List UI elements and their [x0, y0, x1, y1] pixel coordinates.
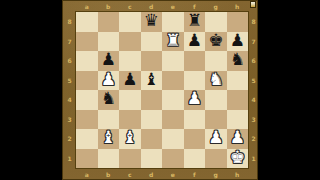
file-label-top-f: f: [184, 1, 206, 12]
square-f3[interactable]: [184, 110, 206, 130]
square-a4[interactable]: [76, 90, 98, 110]
square-f1[interactable]: [184, 149, 206, 169]
piece-white-pawn[interactable]: ♟: [187, 90, 202, 107]
square-f7[interactable]: ♟: [184, 32, 206, 52]
square-a6[interactable]: [76, 51, 98, 71]
piece-white-pawn[interactable]: ♟: [230, 129, 245, 146]
square-f2[interactable]: [184, 129, 206, 149]
rank-labels-left: 87654321: [63, 12, 76, 168]
file-label-top-h: h: [227, 1, 249, 12]
square-c2[interactable]: ♝: [119, 129, 141, 149]
square-b2[interactable]: ♝: [98, 129, 120, 149]
rank-label-left-3: 3: [63, 110, 76, 130]
file-label-top-d: d: [141, 1, 163, 12]
square-e5[interactable]: [162, 71, 184, 91]
square-g5[interactable]: ♞: [205, 71, 227, 91]
piece-black-bishop[interactable]: ♝: [144, 71, 159, 88]
square-c8[interactable]: [119, 12, 141, 32]
square-g8[interactable]: [205, 12, 227, 32]
file-label-bottom-c: c: [119, 168, 141, 180]
piece-white-rook[interactable]: ♜: [165, 32, 180, 49]
square-d7[interactable]: [141, 32, 163, 52]
rank-label-left-6: 6: [63, 51, 76, 71]
file-label-bottom-d: d: [141, 168, 163, 180]
piece-black-pawn[interactable]: ♟: [122, 71, 137, 88]
rank-label-left-7: 7: [63, 32, 76, 52]
file-label-bottom-h: h: [227, 168, 249, 180]
square-e6[interactable]: [162, 51, 184, 71]
square-g1[interactable]: [205, 149, 227, 169]
square-c3[interactable]: [119, 110, 141, 130]
corner-logo-icon: [250, 1, 256, 8]
square-b6[interactable]: ♟: [98, 51, 120, 71]
rank-label-right-2: 2: [248, 129, 259, 149]
square-d1[interactable]: [141, 149, 163, 169]
rank-label-right-1: 1: [248, 149, 259, 169]
file-label-top-b: b: [98, 1, 120, 12]
piece-black-pawn[interactable]: ♟: [230, 32, 245, 49]
square-b7[interactable]: [98, 32, 120, 52]
piece-white-bishop[interactable]: ♝: [122, 129, 137, 146]
square-h6[interactable]: ♞: [227, 51, 249, 71]
rank-label-right-5: 5: [248, 71, 259, 91]
square-b3[interactable]: [98, 110, 120, 130]
square-g7[interactable]: ♚: [205, 32, 227, 52]
square-a5[interactable]: [76, 71, 98, 91]
file-label-bottom-g: g: [205, 168, 227, 180]
rank-labels-right: 87654321: [248, 12, 259, 168]
board-squares[interactable]: ♛♜♜♟♚♟♟♞♟♟♝♞♞♟♝♝♟♟♚: [76, 12, 248, 168]
square-e3[interactable]: [162, 110, 184, 130]
square-h7[interactable]: ♟: [227, 32, 249, 52]
square-c7[interactable]: [119, 32, 141, 52]
square-f8[interactable]: ♜: [184, 12, 206, 32]
square-h5[interactable]: [227, 71, 249, 91]
square-d2[interactable]: [141, 129, 163, 149]
file-label-top-g: g: [205, 1, 227, 12]
square-d4[interactable]: [141, 90, 163, 110]
piece-black-king[interactable]: ♚: [208, 32, 223, 49]
square-b5[interactable]: ♟: [98, 71, 120, 91]
piece-white-king[interactable]: ♚: [230, 149, 245, 166]
rank-label-left-5: 5: [63, 71, 76, 91]
square-d5[interactable]: ♝: [141, 71, 163, 91]
piece-black-pawn[interactable]: ♟: [101, 51, 116, 68]
rank-label-left-2: 2: [63, 129, 76, 149]
square-a2[interactable]: [76, 129, 98, 149]
rank-label-left-4: 4: [63, 90, 76, 110]
piece-black-pawn[interactable]: ♟: [187, 32, 202, 49]
square-c6[interactable]: [119, 51, 141, 71]
piece-black-knight[interactable]: ♞: [101, 90, 116, 107]
square-g6[interactable]: [205, 51, 227, 71]
square-h1[interactable]: ♚: [227, 149, 249, 169]
file-label-bottom-f: f: [184, 168, 206, 180]
file-label-bottom-a: a: [76, 168, 98, 180]
left-black-bar: [0, 0, 62, 180]
square-b4[interactable]: ♞: [98, 90, 120, 110]
file-labels-bottom: abcdefgh: [76, 168, 248, 180]
piece-black-queen[interactable]: ♛: [144, 12, 159, 29]
rank-label-right-7: 7: [248, 32, 259, 52]
file-label-top-e: e: [162, 1, 184, 12]
square-d6[interactable]: [141, 51, 163, 71]
piece-black-knight[interactable]: ♞: [230, 51, 245, 68]
piece-white-knight[interactable]: ♞: [208, 71, 223, 88]
square-a3[interactable]: [76, 110, 98, 130]
piece-white-bishop[interactable]: ♝: [101, 129, 116, 146]
square-c5[interactable]: ♟: [119, 71, 141, 91]
file-label-top-c: c: [119, 1, 141, 12]
rank-label-right-4: 4: [248, 90, 259, 110]
square-b8[interactable]: [98, 12, 120, 32]
square-c4[interactable]: [119, 90, 141, 110]
file-label-bottom-e: e: [162, 168, 184, 180]
square-a7[interactable]: [76, 32, 98, 52]
video-frame: abcdefgh abcdefgh 87654321 87654321 ♛♜♜♟…: [0, 0, 320, 180]
chess-board[interactable]: abcdefgh abcdefgh 87654321 87654321 ♛♜♜♟…: [62, 0, 258, 180]
file-labels-top: abcdefgh: [76, 1, 248, 12]
square-h4[interactable]: [227, 90, 249, 110]
square-h3[interactable]: [227, 110, 249, 130]
piece-white-pawn[interactable]: ♟: [208, 129, 223, 146]
square-g4[interactable]: [205, 90, 227, 110]
square-g2[interactable]: ♟: [205, 129, 227, 149]
square-g3[interactable]: [205, 110, 227, 130]
square-a8[interactable]: [76, 12, 98, 32]
square-f4[interactable]: ♟: [184, 90, 206, 110]
square-e7[interactable]: ♜: [162, 32, 184, 52]
rank-label-right-8: 8: [248, 12, 259, 32]
square-e2[interactable]: [162, 129, 184, 149]
square-f5[interactable]: [184, 71, 206, 91]
square-f6[interactable]: [184, 51, 206, 71]
rank-label-right-6: 6: [248, 51, 259, 71]
rank-label-right-3: 3: [248, 110, 259, 130]
piece-black-rook[interactable]: ♜: [187, 12, 202, 29]
file-label-bottom-b: b: [98, 168, 120, 180]
square-c1[interactable]: [119, 149, 141, 169]
right-black-bar: [258, 0, 320, 180]
file-label-top-a: a: [76, 1, 98, 12]
square-e8[interactable]: [162, 12, 184, 32]
square-a1[interactable]: [76, 149, 98, 169]
square-h8[interactable]: [227, 12, 249, 32]
piece-white-pawn[interactable]: ♟: [101, 71, 116, 88]
square-b1[interactable]: [98, 149, 120, 169]
square-e4[interactable]: [162, 90, 184, 110]
square-e1[interactable]: [162, 149, 184, 169]
rank-label-left-1: 1: [63, 149, 76, 169]
square-d3[interactable]: [141, 110, 163, 130]
square-d8[interactable]: ♛: [141, 12, 163, 32]
rank-label-left-8: 8: [63, 12, 76, 32]
square-h2[interactable]: ♟: [227, 129, 249, 149]
